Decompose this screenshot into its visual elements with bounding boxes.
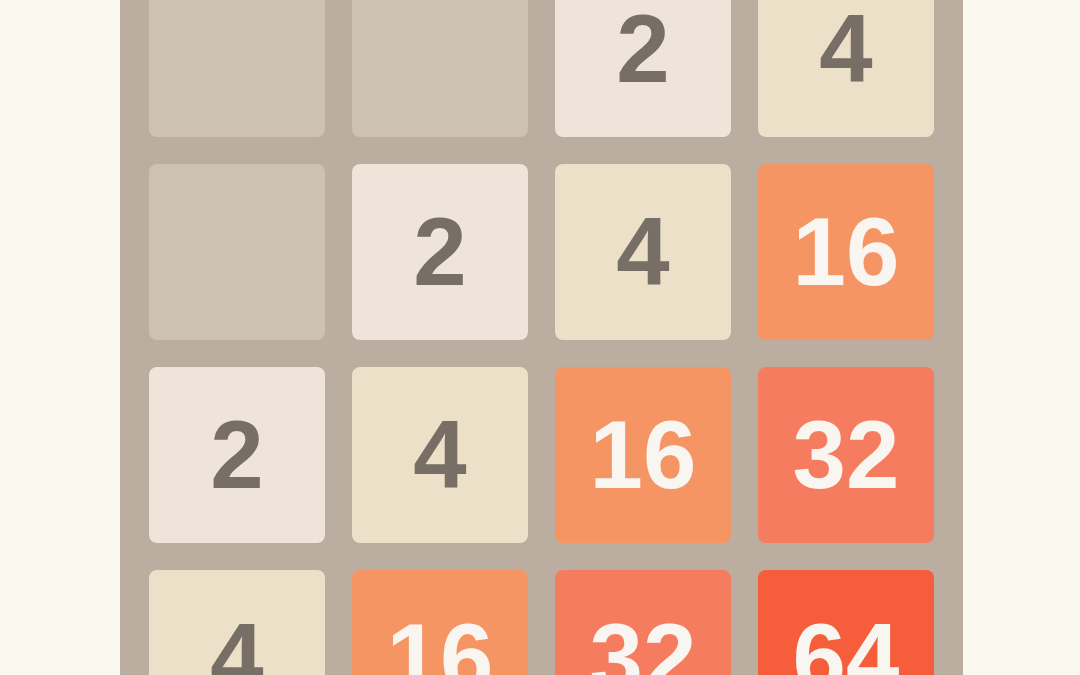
tile-2: 2 [352, 164, 528, 340]
tile-64: 64 [758, 570, 934, 675]
empty-cell [352, 0, 528, 137]
tile-32: 32 [555, 570, 731, 675]
tile-4: 4 [352, 367, 528, 543]
game-stage: 2424162416324163264 [0, 0, 1080, 675]
tile-2: 2 [555, 0, 731, 137]
tile-32: 32 [758, 367, 934, 543]
tile-16: 16 [555, 367, 731, 543]
tile-2: 2 [149, 367, 325, 543]
board: 2424162416324163264 [120, 0, 963, 675]
tile-4: 4 [555, 164, 731, 340]
tile-4: 4 [149, 570, 325, 675]
empty-cell [149, 164, 325, 340]
tile-16: 16 [758, 164, 934, 340]
tile-4: 4 [758, 0, 934, 137]
tile-16: 16 [352, 570, 528, 675]
empty-cell [149, 0, 325, 137]
